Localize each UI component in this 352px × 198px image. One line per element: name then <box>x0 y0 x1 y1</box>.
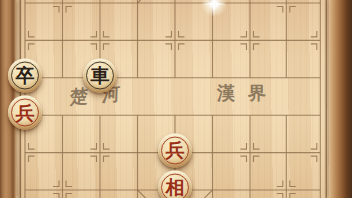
piece-glyph: 兵 <box>158 133 192 167</box>
pieces-layer[interactable]: 卒車兵兵相 <box>6 0 336 198</box>
piece-red-elephant[interactable]: 相 <box>158 170 192 198</box>
piece-glyph: 相 <box>158 170 192 198</box>
piece-glyph: 卒 <box>8 58 42 92</box>
piece-black-soldier[interactable]: 卒 <box>8 58 42 92</box>
piece-red-soldier[interactable]: 兵 <box>8 96 42 130</box>
xiangqi-board: 楚河 漢界 卒車兵兵相 <box>0 0 352 198</box>
piece-red-soldier[interactable]: 兵 <box>158 133 192 167</box>
piece-glyph: 兵 <box>8 96 42 130</box>
piece-black-chariot[interactable]: 車 <box>83 58 117 92</box>
piece-glyph: 車 <box>83 58 117 92</box>
